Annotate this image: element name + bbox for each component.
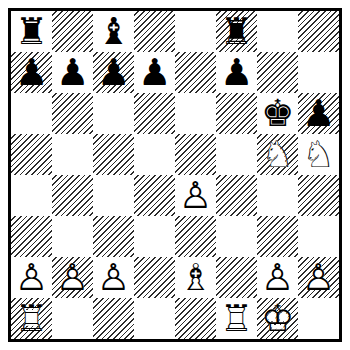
square-b6: [52, 93, 93, 134]
piece-black-king: ♚: [257, 93, 298, 134]
square-b8: [52, 11, 93, 52]
square-b1: [52, 298, 93, 339]
black-rook-icon: ♜: [220, 13, 253, 50]
piece-white-knight: ♞♘: [257, 134, 298, 175]
square-g4: [257, 175, 298, 216]
square-b3: [52, 216, 93, 257]
square-c1: [93, 298, 134, 339]
square-c3: [93, 216, 134, 257]
white-king-icon: ♔: [261, 300, 294, 337]
white-knight-icon: ♘: [261, 136, 294, 173]
square-f8: ♜: [216, 11, 257, 52]
square-a3: [11, 216, 52, 257]
piece-white-knight: ♞♘: [298, 134, 339, 175]
square-e5: [175, 134, 216, 175]
chess-diagram: ♜♝♜♟♟♟♟♟♚♟♞♘♞♘♟♙♟♙♟♙♟♙♝♗♟♙♟♙♜♖♜♖♚♔: [0, 0, 350, 350]
square-g8: [257, 11, 298, 52]
piece-white-bishop: ♝♗: [175, 257, 216, 298]
square-e7: [175, 52, 216, 93]
square-g3: [257, 216, 298, 257]
square-f7: ♟: [216, 52, 257, 93]
square-a2: ♟♙: [11, 257, 52, 298]
square-h6: ♟: [298, 93, 339, 134]
square-c8: ♝: [93, 11, 134, 52]
square-c7: ♟: [93, 52, 134, 93]
square-e2: ♝♗: [175, 257, 216, 298]
square-h3: [298, 216, 339, 257]
square-b4: [52, 175, 93, 216]
piece-white-pawn: ♟♙: [175, 175, 216, 216]
piece-white-king: ♚♔: [257, 298, 298, 339]
square-h1: [298, 298, 339, 339]
square-b2: ♟♙: [52, 257, 93, 298]
piece-black-bishop: ♝: [93, 11, 134, 52]
square-f4: [216, 175, 257, 216]
square-b5: [52, 134, 93, 175]
square-d8: [134, 11, 175, 52]
piece-black-pawn: ♟: [134, 52, 175, 93]
piece-black-pawn: ♟: [93, 52, 134, 93]
piece-white-pawn: ♟♙: [52, 257, 93, 298]
square-d1: [134, 298, 175, 339]
square-c6: [93, 93, 134, 134]
white-pawn-icon: ♙: [179, 177, 212, 214]
black-pawn-icon: ♟: [302, 95, 335, 132]
piece-white-rook: ♜♖: [11, 298, 52, 339]
square-e1: [175, 298, 216, 339]
square-c5: [93, 134, 134, 175]
piece-black-pawn: ♟: [11, 52, 52, 93]
square-f2: [216, 257, 257, 298]
black-pawn-icon: ♟: [56, 54, 89, 91]
piece-white-pawn: ♟♙: [298, 257, 339, 298]
white-pawn-icon: ♙: [302, 259, 335, 296]
square-e6: [175, 93, 216, 134]
square-d4: [134, 175, 175, 216]
white-rook-icon: ♖: [220, 300, 253, 337]
square-h4: [298, 175, 339, 216]
square-h5: ♞♘: [298, 134, 339, 175]
black-pawn-icon: ♟: [97, 54, 130, 91]
square-g6: ♚: [257, 93, 298, 134]
square-h7: [298, 52, 339, 93]
white-pawn-icon: ♙: [56, 259, 89, 296]
white-pawn-icon: ♙: [261, 259, 294, 296]
square-f6: [216, 93, 257, 134]
square-a7: ♟: [11, 52, 52, 93]
white-pawn-icon: ♙: [97, 259, 130, 296]
piece-white-pawn: ♟♙: [11, 257, 52, 298]
square-h8: [298, 11, 339, 52]
square-d5: [134, 134, 175, 175]
square-d6: [134, 93, 175, 134]
black-king-icon: ♚: [261, 95, 294, 132]
piece-black-pawn: ♟: [52, 52, 93, 93]
square-f5: [216, 134, 257, 175]
square-f1: ♜♖: [216, 298, 257, 339]
square-c2: ♟♙: [93, 257, 134, 298]
square-a8: ♜: [11, 11, 52, 52]
square-a5: [11, 134, 52, 175]
square-g1: ♚♔: [257, 298, 298, 339]
piece-black-pawn: ♟: [298, 93, 339, 134]
square-h2: ♟♙: [298, 257, 339, 298]
black-pawn-icon: ♟: [220, 54, 253, 91]
square-f3: [216, 216, 257, 257]
chess-board: ♜♝♜♟♟♟♟♟♚♟♞♘♞♘♟♙♟♙♟♙♟♙♝♗♟♙♟♙♜♖♜♖♚♔: [8, 8, 342, 342]
piece-white-pawn: ♟♙: [257, 257, 298, 298]
square-a4: [11, 175, 52, 216]
piece-black-pawn: ♟: [216, 52, 257, 93]
square-d3: [134, 216, 175, 257]
piece-black-rook: ♜: [11, 11, 52, 52]
square-e4: ♟♙: [175, 175, 216, 216]
square-d2: [134, 257, 175, 298]
white-pawn-icon: ♙: [15, 259, 48, 296]
white-rook-icon: ♖: [15, 300, 48, 337]
black-rook-icon: ♜: [15, 13, 48, 50]
black-pawn-icon: ♟: [15, 54, 48, 91]
square-d7: ♟: [134, 52, 175, 93]
square-a1: ♜♖: [11, 298, 52, 339]
black-pawn-icon: ♟: [138, 54, 171, 91]
square-e3: [175, 216, 216, 257]
white-knight-icon: ♘: [302, 136, 335, 173]
piece-white-rook: ♜♖: [216, 298, 257, 339]
square-g2: ♟♙: [257, 257, 298, 298]
white-bishop-icon: ♗: [179, 259, 212, 296]
black-bishop-icon: ♝: [97, 13, 130, 50]
piece-black-rook: ♜: [216, 11, 257, 52]
square-b7: ♟: [52, 52, 93, 93]
square-c4: [93, 175, 134, 216]
square-a6: [11, 93, 52, 134]
square-g5: ♞♘: [257, 134, 298, 175]
square-e8: [175, 11, 216, 52]
square-g7: [257, 52, 298, 93]
piece-white-pawn: ♟♙: [93, 257, 134, 298]
